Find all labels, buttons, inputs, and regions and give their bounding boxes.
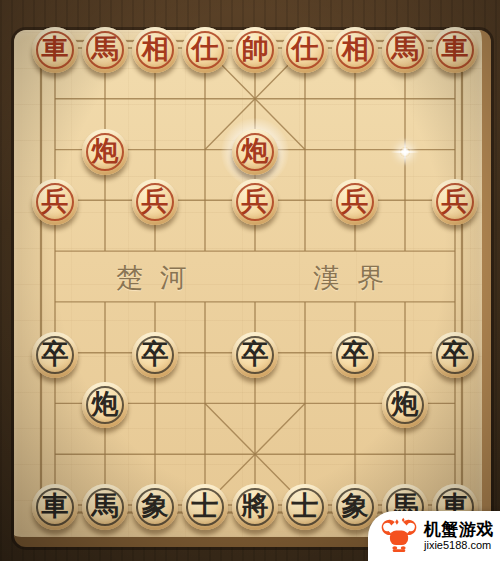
piece-glyph: 相 (342, 36, 369, 63)
watermark-title: 机蟹游戏 (424, 521, 494, 539)
piece-black-elephant[interactable]: 象 (132, 484, 178, 530)
piece-glyph: 兵 (42, 188, 69, 215)
piece-glyph: 馬 (92, 493, 119, 520)
piece-glyph: 卒 (42, 341, 69, 368)
xiangqi-game-screen: 楚河 漢界 車馬相仕帥仕相馬車炮炮兵兵兵兵兵卒卒卒卒卒炮炮車馬象士將士象馬車 机… (0, 0, 500, 561)
watermark-badge: 机蟹游戏 jixie5188.com (368, 511, 500, 561)
piece-black-chariot[interactable]: 車 (32, 484, 78, 530)
piece-black-advisor[interactable]: 士 (182, 484, 228, 530)
piece-black-soldier[interactable]: 卒 (232, 332, 278, 378)
piece-red-cannon[interactable]: 炮 (232, 129, 278, 175)
piece-glyph: 兵 (242, 188, 269, 215)
pieces-layer: 車馬相仕帥仕相馬車炮炮兵兵兵兵兵卒卒卒卒卒炮炮車馬象士將士象馬車 (0, 0, 500, 561)
piece-glyph: 象 (342, 493, 369, 520)
piece-glyph: 帥 (242, 36, 269, 63)
piece-red-advisor[interactable]: 仕 (282, 27, 328, 73)
piece-glyph: 車 (442, 36, 469, 63)
piece-black-soldier[interactable]: 卒 (132, 332, 178, 378)
piece-glyph: 車 (42, 36, 69, 63)
piece-red-horse[interactable]: 馬 (82, 27, 128, 73)
piece-black-advisor[interactable]: 士 (282, 484, 328, 530)
piece-glyph: 兵 (342, 188, 369, 215)
piece-glyph: 卒 (142, 341, 169, 368)
piece-glyph: 象 (142, 493, 169, 520)
piece-red-elephant[interactable]: 相 (332, 27, 378, 73)
piece-glyph: 士 (192, 493, 219, 520)
piece-red-chariot[interactable]: 車 (32, 27, 78, 73)
piece-red-general[interactable]: 帥 (232, 27, 278, 73)
piece-glyph: 炮 (392, 391, 419, 418)
piece-glyph: 炮 (242, 138, 269, 165)
watermark-url: jixie5188.com (424, 540, 494, 552)
piece-black-cannon[interactable]: 炮 (382, 382, 428, 428)
piece-red-horse[interactable]: 馬 (382, 27, 428, 73)
piece-red-advisor[interactable]: 仕 (182, 27, 228, 73)
piece-red-cannon[interactable]: 炮 (82, 129, 128, 175)
crab-logo-icon (378, 516, 420, 556)
piece-glyph: 仕 (192, 36, 219, 63)
piece-glyph: 炮 (92, 391, 119, 418)
piece-glyph: 卒 (242, 341, 269, 368)
piece-glyph: 將 (242, 493, 269, 520)
piece-black-soldier[interactable]: 卒 (432, 332, 478, 378)
piece-black-horse[interactable]: 馬 (82, 484, 128, 530)
piece-glyph: 車 (42, 493, 69, 520)
piece-glyph: 馬 (392, 36, 419, 63)
piece-black-general[interactable]: 將 (232, 484, 278, 530)
last-move-sparkle-icon (391, 138, 419, 166)
piece-glyph: 仕 (292, 36, 319, 63)
piece-red-soldier[interactable]: 兵 (132, 179, 178, 225)
piece-red-chariot[interactable]: 車 (432, 27, 478, 73)
piece-glyph: 兵 (442, 188, 469, 215)
piece-red-soldier[interactable]: 兵 (32, 179, 78, 225)
piece-glyph: 士 (292, 493, 319, 520)
piece-red-soldier[interactable]: 兵 (432, 179, 478, 225)
piece-glyph: 卒 (442, 341, 469, 368)
piece-glyph: 馬 (92, 36, 119, 63)
piece-red-elephant[interactable]: 相 (132, 27, 178, 73)
piece-glyph: 相 (142, 36, 169, 63)
piece-black-soldier[interactable]: 卒 (332, 332, 378, 378)
piece-black-cannon[interactable]: 炮 (82, 382, 128, 428)
piece-glyph: 兵 (142, 188, 169, 215)
piece-glyph: 卒 (342, 341, 369, 368)
piece-black-soldier[interactable]: 卒 (32, 332, 78, 378)
piece-red-soldier[interactable]: 兵 (332, 179, 378, 225)
piece-glyph: 炮 (92, 138, 119, 165)
piece-red-soldier[interactable]: 兵 (232, 179, 278, 225)
